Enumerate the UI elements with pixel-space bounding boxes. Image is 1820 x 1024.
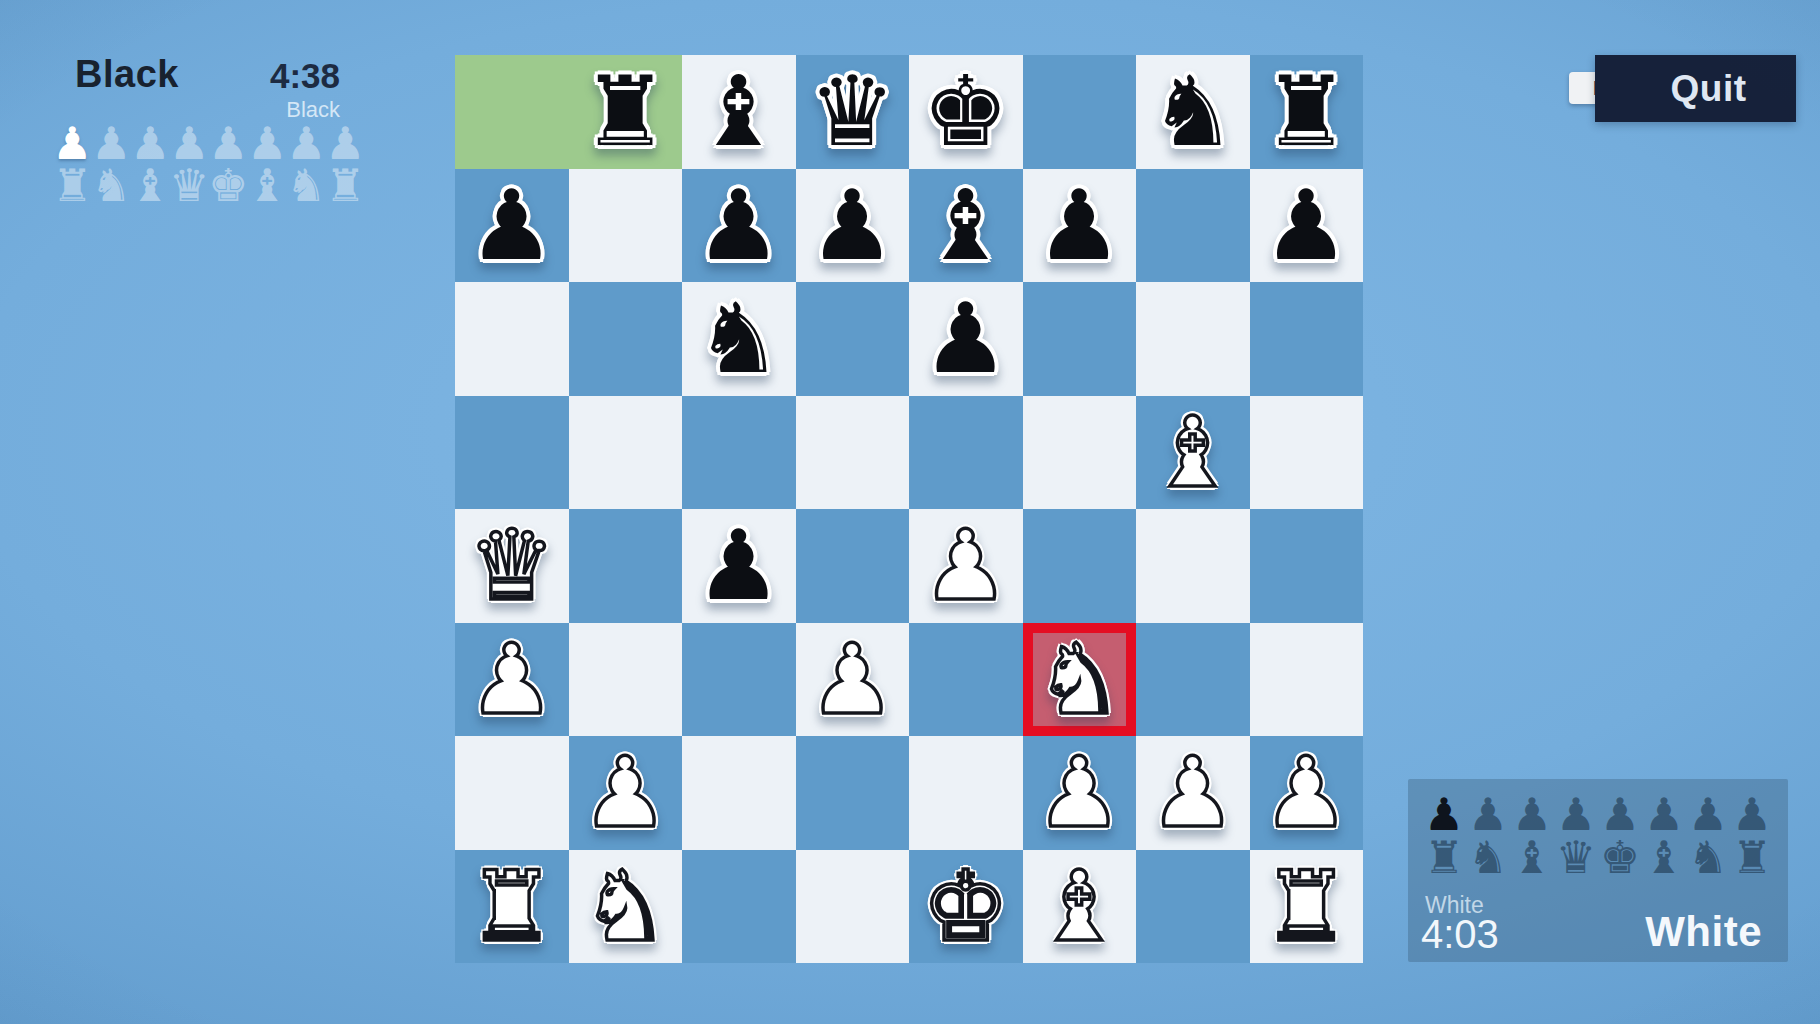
tray-black-pawn-icon: ♟ (1466, 793, 1510, 836)
square-b2[interactable]: ♟ (569, 736, 683, 850)
white-rook[interactable]: ♜ (468, 858, 555, 955)
black-pawn[interactable]: ♟ (922, 290, 1009, 387)
white-knight[interactable]: ♞ (1036, 631, 1123, 728)
tray-black-bishop-icon: ♝ (1510, 836, 1554, 879)
square-g7[interactable] (1136, 169, 1250, 283)
square-c7[interactable]: ♟ (682, 169, 796, 283)
square-a7[interactable]: ♟ (455, 169, 569, 283)
tray-black-queen-icon: ♛ (1554, 836, 1598, 879)
white-pawn[interactable]: ♟ (809, 631, 896, 728)
square-f6[interactable] (1023, 282, 1137, 396)
tray-white-queen-icon: ♛ (169, 166, 208, 206)
black-player-name: Black (75, 53, 179, 96)
square-g5[interactable]: ♝ (1136, 396, 1250, 510)
black-queen[interactable]: ♛ (809, 63, 896, 160)
white-player-panel: ♟♟♟♟♟♟♟♟♜♞♝♛♚♝♞♜ White 4:03 White (1408, 779, 1788, 962)
square-c8[interactable]: ♝ (682, 55, 796, 169)
tray-black-bishop-icon: ♝ (1642, 836, 1686, 879)
square-f1[interactable]: ♝ (1023, 850, 1137, 964)
square-a4[interactable]: ♛ (455, 509, 569, 623)
square-b7[interactable] (569, 169, 683, 283)
square-e5[interactable] (909, 396, 1023, 510)
square-f7[interactable]: ♟ (1023, 169, 1137, 283)
square-b6[interactable] (569, 282, 683, 396)
white-pawn[interactable]: ♟ (1036, 744, 1123, 841)
tray-black-rook-icon: ♜ (1730, 836, 1774, 879)
square-g1[interactable] (1136, 850, 1250, 964)
square-b4[interactable] (569, 509, 683, 623)
square-h5[interactable] (1250, 396, 1364, 510)
square-a1[interactable]: ♜ (455, 850, 569, 964)
square-e6[interactable]: ♟ (909, 282, 1023, 396)
square-d3[interactable]: ♟ (796, 623, 910, 737)
square-f8[interactable] (1023, 55, 1137, 169)
white-pawn[interactable]: ♟ (1149, 744, 1236, 841)
tray-row: ♟♟♟♟♟♟♟♟ (1422, 793, 1774, 836)
white-bishop[interactable]: ♝ (1149, 404, 1236, 501)
square-d8[interactable]: ♛ (796, 55, 910, 169)
square-a8[interactable] (455, 55, 569, 169)
tray-black-knight-icon: ♞ (1466, 836, 1510, 879)
square-b8[interactable]: ♜ (569, 55, 683, 169)
square-g2[interactable]: ♟ (1136, 736, 1250, 850)
black-rook[interactable]: ♜ (1263, 63, 1350, 160)
quit-button[interactable]: Quit (1595, 55, 1796, 122)
black-knight[interactable]: ♞ (695, 290, 782, 387)
square-g3[interactable] (1136, 623, 1250, 737)
square-h2[interactable]: ♟ (1250, 736, 1364, 850)
square-b1[interactable]: ♞ (569, 850, 683, 964)
black-pawn[interactable]: ♟ (468, 177, 555, 274)
chess-board: ♜♝♛♚♞♜♟♟♟♝♟♟♞♟♝♛♟♟♟♟♞♟♟♟♟♜♞♚♝♜ (455, 55, 1363, 963)
tray-black-pawn-icon: ♟ (1510, 793, 1554, 836)
square-f3[interactable]: ♞ (1023, 623, 1137, 737)
tray-black-knight-icon: ♞ (1686, 836, 1730, 879)
square-a3[interactable]: ♟ (455, 623, 569, 737)
square-a2[interactable] (455, 736, 569, 850)
tray-black-pawn-icon: ♟ (1686, 793, 1730, 836)
tray-black-rook-icon: ♜ (1422, 836, 1466, 879)
square-c3[interactable] (682, 623, 796, 737)
square-c5[interactable] (682, 396, 796, 510)
square-h3[interactable] (1250, 623, 1364, 737)
square-d7[interactable]: ♟ (796, 169, 910, 283)
square-g8[interactable]: ♞ (1136, 55, 1250, 169)
square-d6[interactable] (796, 282, 910, 396)
white-pawn[interactable]: ♟ (582, 744, 669, 841)
tray-black-pawn-icon: ♟ (1554, 793, 1598, 836)
white-pawn[interactable]: ♟ (1263, 744, 1350, 841)
black-bishop[interactable]: ♝ (695, 63, 782, 160)
square-e2[interactable] (909, 736, 1023, 850)
white-pawn[interactable]: ♟ (922, 517, 1009, 614)
square-b5[interactable] (569, 396, 683, 510)
white-bishop[interactable]: ♝ (1036, 858, 1123, 955)
captured-black-pawn-icon: ♟ (1422, 793, 1466, 836)
black-pawn[interactable]: ♟ (1263, 177, 1350, 274)
square-h8[interactable]: ♜ (1250, 55, 1364, 169)
black-clock-group: 4:38 Black (200, 56, 340, 123)
square-c1[interactable] (682, 850, 796, 964)
white-captures-tray: ♟♟♟♟♟♟♟♟♜♞♝♛♚♝♞♜ (1422, 793, 1774, 879)
black-pawn[interactable]: ♟ (1036, 177, 1123, 274)
square-d5[interactable] (796, 396, 910, 510)
square-f2[interactable]: ♟ (1023, 736, 1137, 850)
tray-row: ♜♞♝♛♚♝♞♜ (1422, 836, 1774, 879)
square-d2[interactable] (796, 736, 910, 850)
square-e4[interactable]: ♟ (909, 509, 1023, 623)
square-g6[interactable] (1136, 282, 1250, 396)
black-pawn[interactable]: ♟ (809, 177, 896, 274)
white-rook[interactable]: ♜ (1263, 858, 1350, 955)
square-c6[interactable]: ♞ (682, 282, 796, 396)
white-king[interactable]: ♚ (922, 858, 1009, 955)
white-knight[interactable]: ♞ (582, 858, 669, 955)
square-b3[interactable] (569, 623, 683, 737)
tray-white-bishop-icon: ♝ (247, 166, 286, 206)
square-e7[interactable]: ♝ (909, 169, 1023, 283)
tray-white-knight-icon: ♞ (286, 166, 325, 206)
square-h1[interactable]: ♜ (1250, 850, 1364, 964)
square-e3[interactable] (909, 623, 1023, 737)
white-player-name: White (1645, 908, 1762, 956)
square-f5[interactable] (1023, 396, 1137, 510)
tray-white-rook-icon: ♜ (325, 166, 364, 206)
white-clock: 4:03 (1421, 912, 1499, 957)
tray-black-pawn-icon: ♟ (1598, 793, 1642, 836)
square-c2[interactable] (682, 736, 796, 850)
square-a6[interactable] (455, 282, 569, 396)
square-h6[interactable] (1250, 282, 1364, 396)
tray-black-king-icon: ♚ (1598, 836, 1642, 879)
black-rook[interactable]: ♜ (582, 63, 669, 160)
tray-black-pawn-icon: ♟ (1642, 793, 1686, 836)
black-pawn[interactable]: ♟ (695, 177, 782, 274)
black-captures-tray: ♟♟♟♟♟♟♟♟♜♞♝♛♚♝♞♜ (52, 122, 364, 206)
tray-white-king-icon: ♚ (208, 166, 247, 206)
tray-white-rook-icon: ♜ (52, 166, 91, 206)
tray-black-pawn-icon: ♟ (1730, 793, 1774, 836)
quit-button-label: Quit (1671, 68, 1747, 110)
square-d1[interactable] (796, 850, 910, 964)
white-pawn[interactable]: ♟ (468, 631, 555, 728)
square-e8[interactable]: ♚ (909, 55, 1023, 169)
square-f4[interactable] (1023, 509, 1137, 623)
square-a5[interactable] (455, 396, 569, 510)
square-g4[interactable] (1136, 509, 1250, 623)
square-c4[interactable]: ♟ (682, 509, 796, 623)
square-d4[interactable] (796, 509, 910, 623)
black-pawn[interactable]: ♟ (695, 517, 782, 614)
tray-white-knight-icon: ♞ (91, 166, 130, 206)
black-king[interactable]: ♚ (922, 63, 1009, 160)
tray-row: ♜♞♝♛♚♝♞♜ (52, 166, 364, 206)
black-knight[interactable]: ♞ (1149, 63, 1236, 160)
square-h7[interactable]: ♟ (1250, 169, 1364, 283)
square-h4[interactable] (1250, 509, 1364, 623)
game-screen: Black 4:38 Black ♟♟♟♟♟♟♟♟♜♞♝♛♚♝♞♜ L Quit… (0, 0, 1820, 1024)
square-e1[interactable]: ♚ (909, 850, 1023, 964)
black-clock: 4:38 (200, 56, 340, 96)
tray-white-bishop-icon: ♝ (130, 166, 169, 206)
white-queen[interactable]: ♛ (468, 517, 555, 614)
black-bishop[interactable]: ♝ (922, 177, 1009, 274)
